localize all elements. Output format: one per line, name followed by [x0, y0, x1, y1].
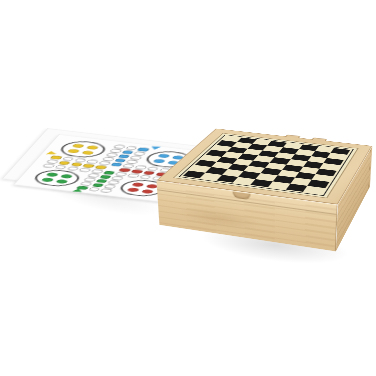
ludo-start-arrow-green — [72, 186, 85, 192]
ludo-base-dot — [81, 150, 95, 155]
ludo-base-dot — [71, 143, 85, 148]
ludo-base-dot — [55, 179, 69, 184]
product-photo-scene — [0, 0, 376, 376]
ludo-base-dot — [86, 145, 100, 150]
ludo-base-dot — [40, 177, 54, 182]
finger-notch-icon — [233, 192, 251, 201]
ludo-base-dot — [45, 172, 59, 177]
checkerboard-grid — [183, 136, 350, 194]
lid-tab-icon — [312, 138, 327, 141]
ludo-base-dot — [60, 174, 74, 179]
lid-tab-icon — [285, 135, 300, 138]
ludo-base-dot — [152, 159, 166, 164]
ludo-base-dot — [141, 189, 155, 194]
ludo-base-dot — [157, 153, 171, 158]
ludo-base-dot — [126, 187, 140, 192]
lid-seam — [368, 150, 370, 191]
ludo-base-dot — [131, 182, 145, 187]
ludo-base-dot — [66, 149, 80, 154]
checker-square — [303, 186, 325, 194]
